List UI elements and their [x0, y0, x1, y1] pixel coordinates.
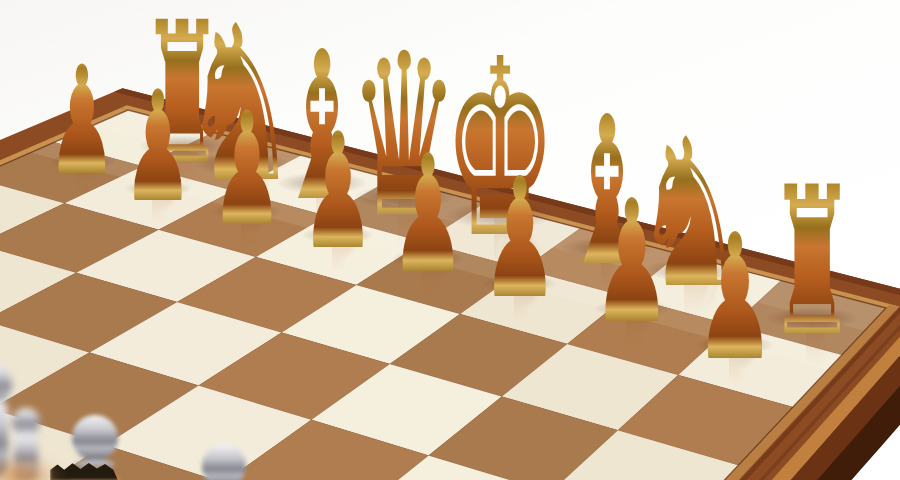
silver-ball-icon [0, 364, 12, 404]
out-of-focus-corner-object [0, 456, 62, 480]
silver-pawn-ball-icon [72, 415, 118, 461]
chess-set-photograph: ♜♜♞♞♝♝♛♛♚♚♝♝♞♞♜♜♟♟♟♟♟♟♟♟♟♟♟♟♟♟♟♟ [0, 0, 900, 480]
silver-pawn-ball-icon [202, 444, 246, 480]
piece-h7-pawn: ♟ [735, 211, 891, 385]
near-side-pawn-bottom [202, 444, 248, 480]
